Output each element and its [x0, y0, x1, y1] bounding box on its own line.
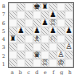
square-a3	[9, 43, 17, 51]
square-b7	[17, 11, 25, 19]
square-a6	[9, 19, 17, 27]
square-g5	[57, 27, 65, 35]
square-b2	[17, 51, 25, 59]
file-label-b: b	[16, 68, 24, 75]
square-b1	[17, 59, 25, 67]
rank-label-8: 8	[0, 2, 7, 10]
rank-label-3: 3	[0, 43, 7, 51]
square-f1	[49, 59, 57, 67]
square-f4: ♘	[49, 35, 57, 43]
square-d7	[33, 11, 41, 19]
rank-label-1: 1	[0, 60, 7, 68]
piece-black-pawn-b5: ♟	[17, 27, 25, 35]
square-c8	[25, 3, 33, 11]
chess-board: ♚♜♟♟♖♟♟♟♟♜♗♘♙♛♙♖♔	[8, 2, 74, 68]
square-a4: ♜	[9, 35, 17, 43]
square-f2	[49, 51, 57, 59]
square-e5	[41, 27, 49, 35]
square-d8: ♚	[33, 3, 41, 11]
rank-label-6: 6	[0, 19, 7, 27]
square-c5	[25, 27, 33, 35]
piece-white-knight-f4: ♘	[49, 35, 57, 43]
piece-black-pawn-h5: ♟	[65, 27, 73, 35]
chess-diagram: 87654321 ♚♜♟♟♖♟♟♟♟♜♗♘♙♛♙♖♔ abcdefgh	[0, 0, 75, 75]
file-label-d: d	[33, 68, 41, 75]
rank-labels: 87654321	[0, 2, 7, 68]
piece-black-pawn-e6: ♟	[41, 19, 49, 27]
square-d2: ♛	[33, 51, 41, 59]
file-label-h: h	[66, 68, 74, 75]
square-g6	[57, 19, 65, 27]
square-e1: ♖	[41, 59, 49, 67]
piece-white-king-g1: ♔	[57, 59, 65, 67]
file-label-e: e	[41, 68, 49, 75]
square-h7	[65, 11, 73, 19]
file-label-a: a	[8, 68, 16, 75]
square-e6: ♟	[41, 19, 49, 27]
square-b8	[17, 3, 25, 11]
square-c6	[25, 19, 33, 27]
piece-white-rook-e1: ♖	[41, 59, 49, 67]
square-h5: ♟	[65, 27, 73, 35]
square-e8: ♜	[41, 3, 49, 11]
square-a1	[9, 59, 17, 67]
rank-label-4: 4	[0, 35, 7, 43]
square-a2	[9, 51, 17, 59]
square-c2	[25, 51, 33, 59]
square-d1	[33, 59, 41, 67]
square-h1	[65, 59, 73, 67]
square-g8	[57, 3, 65, 11]
square-h8	[65, 3, 73, 11]
file-label-c: c	[25, 68, 33, 75]
rank-label-2: 2	[0, 52, 7, 60]
square-g7	[57, 11, 65, 19]
square-d4: ♗	[33, 35, 41, 43]
rank-label-5: 5	[0, 27, 7, 35]
file-labels: abcdefgh	[8, 68, 74, 75]
file-label-f: f	[49, 68, 57, 75]
square-b3	[17, 43, 25, 51]
square-c3	[25, 43, 33, 51]
square-h2	[65, 51, 73, 59]
square-c1	[25, 59, 33, 67]
square-a8	[9, 3, 17, 11]
piece-white-pawn-h3: ♙	[65, 43, 73, 51]
square-b4	[17, 35, 25, 43]
square-f3	[49, 43, 57, 51]
square-b5: ♟	[17, 27, 25, 35]
piece-white-bishop-d4: ♗	[33, 35, 41, 43]
square-c7	[25, 11, 33, 19]
square-a7	[9, 11, 17, 19]
rank-label-7: 7	[0, 10, 7, 18]
square-g1: ♔	[57, 59, 65, 67]
square-e3	[41, 43, 49, 51]
square-e4	[41, 35, 49, 43]
piece-black-queen-d2: ♛	[33, 51, 41, 59]
piece-black-king-d8: ♚	[33, 3, 41, 11]
piece-black-rook-e8: ♜	[41, 3, 49, 11]
piece-black-rook-a4: ♜	[9, 35, 17, 43]
square-c4	[25, 35, 33, 43]
square-h3: ♙	[65, 43, 73, 51]
file-label-g: g	[58, 68, 66, 75]
square-g4	[57, 35, 65, 43]
